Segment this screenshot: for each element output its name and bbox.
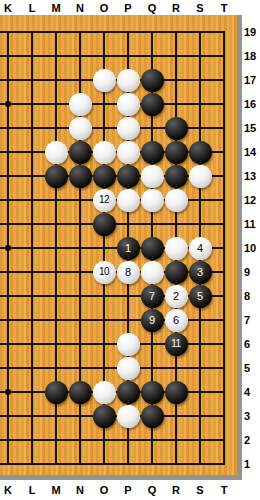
black-stone[interactable]: [141, 93, 164, 116]
board-point-L14[interactable]: [20, 140, 44, 164]
board-point-K10[interactable]: [0, 236, 20, 260]
board-point-L8[interactable]: [20, 284, 44, 308]
move-number: 3: [197, 267, 203, 278]
board-point-P18[interactable]: [116, 44, 140, 68]
row-label: 17: [244, 74, 256, 86]
board-point-P17[interactable]: [116, 68, 140, 92]
board-point-P13[interactable]: [116, 164, 140, 188]
board-point-K16[interactable]: [0, 92, 20, 116]
board-point-N10[interactable]: [68, 236, 92, 260]
board-point-R4[interactable]: [164, 380, 188, 404]
board-point-M12[interactable]: [44, 188, 68, 212]
board-point-M8[interactable]: [44, 284, 68, 308]
board-point-S9[interactable]: 3: [188, 260, 212, 284]
board-point-O9[interactable]: 10: [92, 260, 116, 284]
board-point-O6[interactable]: [92, 332, 116, 356]
board-grid: 121410837259611: [0, 20, 236, 475]
board-point-T3[interactable]: [212, 404, 236, 428]
board-point-O10[interactable]: [92, 236, 116, 260]
board-point-Q9[interactable]: [140, 260, 164, 284]
black-stone[interactable]: 7: [141, 285, 164, 308]
white-stone[interactable]: 10: [93, 261, 116, 284]
board-point-M3[interactable]: [44, 404, 68, 428]
board-point-O12[interactable]: 12: [92, 188, 116, 212]
move-number: 6: [173, 315, 179, 326]
board-point-N2[interactable]: [68, 428, 92, 452]
move-number: 1: [125, 243, 131, 254]
white-stone[interactable]: [93, 69, 116, 92]
board-point-L2[interactable]: [20, 428, 44, 452]
board-point-Q11[interactable]: [140, 212, 164, 236]
board-point-S3[interactable]: [188, 404, 212, 428]
black-stone[interactable]: [141, 405, 164, 428]
column-label: O: [100, 2, 109, 14]
board-point-T18[interactable]: [212, 44, 236, 68]
board-point-O14[interactable]: [92, 140, 116, 164]
board-point-S10[interactable]: 4: [188, 236, 212, 260]
board-point-N5[interactable]: [68, 356, 92, 380]
column-label: S: [196, 484, 203, 496]
board-point-L3[interactable]: [20, 404, 44, 428]
white-stone[interactable]: [93, 381, 116, 404]
board-point-K1[interactable]: [0, 452, 20, 475]
row-label: 7: [244, 314, 250, 326]
board-point-R18[interactable]: [164, 44, 188, 68]
column-label: T: [221, 484, 228, 496]
board-point-Q7[interactable]: 9: [140, 308, 164, 332]
board-point-T17[interactable]: [212, 68, 236, 92]
column-label: P: [124, 2, 131, 14]
board-point-K19[interactable]: [0, 20, 20, 44]
board-point-N8[interactable]: [68, 284, 92, 308]
board-point-S8[interactable]: 5: [188, 284, 212, 308]
board-point-K11[interactable]: [0, 212, 20, 236]
board-point-M14[interactable]: [44, 140, 68, 164]
board-point-R3[interactable]: [164, 404, 188, 428]
board-point-Q3[interactable]: [140, 404, 164, 428]
board-point-T14[interactable]: [212, 140, 236, 164]
board-point-S1[interactable]: [188, 452, 212, 475]
column-label: R: [172, 484, 180, 496]
board-point-T13[interactable]: [212, 164, 236, 188]
board-point-K15[interactable]: [0, 116, 20, 140]
board-point-M5[interactable]: [44, 356, 68, 380]
column-label: L: [29, 484, 36, 496]
board-point-Q14[interactable]: [140, 140, 164, 164]
board-point-L13[interactable]: [20, 164, 44, 188]
board-point-T16[interactable]: [212, 92, 236, 116]
board-point-R16[interactable]: [164, 92, 188, 116]
board-point-S17[interactable]: [188, 68, 212, 92]
black-stone[interactable]: [141, 69, 164, 92]
white-stone[interactable]: [69, 117, 92, 140]
white-stone[interactable]: 12: [93, 189, 116, 212]
board-point-P8[interactable]: [116, 284, 140, 308]
board-point-O5[interactable]: [92, 356, 116, 380]
board-point-T8[interactable]: [212, 284, 236, 308]
board-point-N15[interactable]: [68, 116, 92, 140]
board-point-R11[interactable]: [164, 212, 188, 236]
row-label: 18: [244, 50, 256, 62]
board-point-L18[interactable]: [20, 44, 44, 68]
board-point-P12[interactable]: [116, 188, 140, 212]
board-point-R19[interactable]: [164, 20, 188, 44]
board-point-Q19[interactable]: [140, 20, 164, 44]
black-stone[interactable]: [165, 165, 188, 188]
white-stone[interactable]: [117, 189, 140, 212]
white-stone[interactable]: [93, 141, 116, 164]
black-stone[interactable]: [69, 141, 92, 164]
board-point-S14[interactable]: [188, 140, 212, 164]
board-point-T9[interactable]: [212, 260, 236, 284]
board-point-Q10[interactable]: [140, 236, 164, 260]
board-point-P3[interactable]: [116, 404, 140, 428]
board-point-P15[interactable]: [116, 116, 140, 140]
board-point-K2[interactable]: [0, 428, 20, 452]
board-point-M10[interactable]: [44, 236, 68, 260]
move-number: 7: [149, 291, 155, 302]
board-point-L12[interactable]: [20, 188, 44, 212]
move-number: 10: [99, 267, 109, 277]
board-point-N14[interactable]: [68, 140, 92, 164]
board-point-Q12[interactable]: [140, 188, 164, 212]
board-point-O2[interactable]: [92, 428, 116, 452]
row-label: 2: [244, 434, 250, 446]
board-point-M2[interactable]: [44, 428, 68, 452]
star-point: [5, 101, 11, 107]
board-point-N19[interactable]: [68, 20, 92, 44]
board-point-K17[interactable]: [0, 68, 20, 92]
board-point-S19[interactable]: [188, 20, 212, 44]
board-point-R10[interactable]: [164, 236, 188, 260]
white-stone[interactable]: 2: [165, 285, 188, 308]
move-number: 5: [197, 291, 203, 302]
black-stone[interactable]: [165, 381, 188, 404]
board-point-R17[interactable]: [164, 68, 188, 92]
white-stone[interactable]: [69, 93, 92, 116]
board-point-P4[interactable]: [116, 380, 140, 404]
white-stone[interactable]: [141, 189, 164, 212]
black-stone[interactable]: [45, 165, 68, 188]
column-label: Q: [148, 484, 157, 496]
board-point-L17[interactable]: [20, 68, 44, 92]
board-point-N11[interactable]: [68, 212, 92, 236]
white-stone[interactable]: [165, 237, 188, 260]
board-point-M18[interactable]: [44, 44, 68, 68]
row-label: 9: [244, 266, 250, 278]
board-point-S7[interactable]: [188, 308, 212, 332]
board-point-P1[interactable]: [116, 452, 140, 475]
white-stone[interactable]: 6: [165, 309, 188, 332]
black-stone[interactable]: 9: [141, 309, 164, 332]
board-point-Q15[interactable]: [140, 116, 164, 140]
row-label: 8: [244, 290, 250, 302]
board-point-L5[interactable]: [20, 356, 44, 380]
black-stone[interactable]: 1: [117, 237, 140, 260]
board-point-S5[interactable]: [188, 356, 212, 380]
black-stone[interactable]: 5: [189, 285, 212, 308]
board-point-O16[interactable]: [92, 92, 116, 116]
black-stone[interactable]: [45, 381, 68, 404]
white-stone[interactable]: [117, 333, 140, 356]
row-label: 13: [244, 170, 256, 182]
board-point-M4[interactable]: [44, 380, 68, 404]
board-point-K6[interactable]: [0, 332, 20, 356]
board-point-O11[interactable]: [92, 212, 116, 236]
board-point-Q17[interactable]: [140, 68, 164, 92]
move-number: 12: [99, 195, 109, 205]
board-point-R1[interactable]: [164, 452, 188, 475]
board-point-S11[interactable]: [188, 212, 212, 236]
board-point-N1[interactable]: [68, 452, 92, 475]
black-stone[interactable]: [141, 141, 164, 164]
column-label: K: [4, 2, 12, 14]
white-stone[interactable]: [189, 165, 212, 188]
board-point-P16[interactable]: [116, 92, 140, 116]
white-stone[interactable]: [117, 357, 140, 380]
white-stone[interactable]: [117, 405, 140, 428]
board-point-M9[interactable]: [44, 260, 68, 284]
black-stone[interactable]: [189, 141, 212, 164]
board-point-L7[interactable]: [20, 308, 44, 332]
board-point-Q5[interactable]: [140, 356, 164, 380]
board-point-T12[interactable]: [212, 188, 236, 212]
board-point-K3[interactable]: [0, 404, 20, 428]
board-point-L11[interactable]: [20, 212, 44, 236]
white-stone[interactable]: [117, 69, 140, 92]
board-point-K9[interactable]: [0, 260, 20, 284]
white-stone[interactable]: [165, 189, 188, 212]
white-stone[interactable]: 4: [189, 237, 212, 260]
board-point-O4[interactable]: [92, 380, 116, 404]
board-point-M11[interactable]: [44, 212, 68, 236]
board-point-S6[interactable]: [188, 332, 212, 356]
white-stone[interactable]: [117, 141, 140, 164]
board-point-Q16[interactable]: [140, 92, 164, 116]
board-point-Q8[interactable]: 7: [140, 284, 164, 308]
go-board: 121410837259611: [0, 15, 237, 475]
row-label: 12: [244, 194, 256, 206]
board-point-L4[interactable]: [20, 380, 44, 404]
board-point-M16[interactable]: [44, 92, 68, 116]
row-labels: 19181716151413121110987654321: [242, 0, 260, 500]
board-point-O19[interactable]: [92, 20, 116, 44]
column-label: M: [51, 2, 60, 14]
board-point-N13[interactable]: [68, 164, 92, 188]
board-point-R5[interactable]: [164, 356, 188, 380]
board-point-L16[interactable]: [20, 92, 44, 116]
column-label: M: [51, 484, 60, 496]
move-number: 11: [171, 339, 180, 349]
board-point-N18[interactable]: [68, 44, 92, 68]
board-point-P11[interactable]: [116, 212, 140, 236]
board-point-P19[interactable]: [116, 20, 140, 44]
board-point-K14[interactable]: [0, 140, 20, 164]
board-point-R12[interactable]: [164, 188, 188, 212]
board-point-K5[interactable]: [0, 356, 20, 380]
board-point-N12[interactable]: [68, 188, 92, 212]
star-point: [5, 245, 11, 251]
black-stone[interactable]: [117, 165, 140, 188]
board-point-L15[interactable]: [20, 116, 44, 140]
board-point-R2[interactable]: [164, 428, 188, 452]
board-point-O8[interactable]: [92, 284, 116, 308]
black-stone[interactable]: [141, 237, 164, 260]
board-point-N3[interactable]: [68, 404, 92, 428]
board-point-Q1[interactable]: [140, 452, 164, 475]
board-point-N16[interactable]: [68, 92, 92, 116]
board-point-T2[interactable]: [212, 428, 236, 452]
column-label: O: [100, 484, 109, 496]
board-point-O3[interactable]: [92, 404, 116, 428]
black-stone[interactable]: [69, 165, 92, 188]
white-stone[interactable]: [117, 93, 140, 116]
go-diagram: KLMNOPQRST 121410837259611 KLMNOPQRST 19…: [0, 0, 260, 500]
row-label: 6: [244, 338, 250, 350]
board-point-T4[interactable]: [212, 380, 236, 404]
row-label: 14: [244, 146, 256, 158]
board-point-S16[interactable]: [188, 92, 212, 116]
board-point-L6[interactable]: [20, 332, 44, 356]
board-point-K4[interactable]: [0, 380, 20, 404]
board-point-O1[interactable]: [92, 452, 116, 475]
board-point-P5[interactable]: [116, 356, 140, 380]
board-point-O13[interactable]: [92, 164, 116, 188]
board-point-O18[interactable]: [92, 44, 116, 68]
black-stone[interactable]: [165, 141, 188, 164]
board-point-M6[interactable]: [44, 332, 68, 356]
white-stone[interactable]: 8: [117, 261, 140, 284]
black-stone[interactable]: [93, 213, 116, 236]
board-point-M17[interactable]: [44, 68, 68, 92]
board-point-O7[interactable]: [92, 308, 116, 332]
board-point-R14[interactable]: [164, 140, 188, 164]
black-stone[interactable]: [165, 261, 188, 284]
board-point-R8[interactable]: 2: [164, 284, 188, 308]
board-point-P9[interactable]: 8: [116, 260, 140, 284]
move-number: 4: [197, 243, 203, 254]
board-point-K18[interactable]: [0, 44, 20, 68]
board-point-T1[interactable]: [212, 452, 236, 475]
row-label: 16: [244, 98, 256, 110]
column-label: T: [221, 2, 228, 14]
board-point-S15[interactable]: [188, 116, 212, 140]
board-point-M19[interactable]: [44, 20, 68, 44]
board-point-S2[interactable]: [188, 428, 212, 452]
column-label: S: [196, 2, 203, 14]
board-point-M13[interactable]: [44, 164, 68, 188]
black-stone[interactable]: [69, 381, 92, 404]
board-point-P14[interactable]: [116, 140, 140, 164]
board-point-S18[interactable]: [188, 44, 212, 68]
board-point-R15[interactable]: [164, 116, 188, 140]
board-point-O17[interactable]: [92, 68, 116, 92]
board-point-M15[interactable]: [44, 116, 68, 140]
board-point-M7[interactable]: [44, 308, 68, 332]
column-label: R: [172, 2, 180, 14]
board-point-N17[interactable]: [68, 68, 92, 92]
row-label: 5: [244, 362, 250, 374]
board-point-T7[interactable]: [212, 308, 236, 332]
board-point-Q6[interactable]: [140, 332, 164, 356]
white-stone[interactable]: [117, 117, 140, 140]
column-labels-top: KLMNOPQRST: [0, 0, 237, 15]
board-point-P2[interactable]: [116, 428, 140, 452]
board-point-R7[interactable]: 6: [164, 308, 188, 332]
row-label: 3: [244, 410, 250, 422]
board-point-T19[interactable]: [212, 20, 236, 44]
board-point-L9[interactable]: [20, 260, 44, 284]
black-stone[interactable]: [93, 165, 116, 188]
black-stone[interactable]: [93, 405, 116, 428]
column-label: K: [4, 484, 12, 496]
move-number: 9: [149, 315, 155, 326]
board-point-K7[interactable]: [0, 308, 20, 332]
row-label: 1: [244, 458, 250, 470]
row-label: 11: [244, 218, 256, 230]
board-point-T5[interactable]: [212, 356, 236, 380]
board-point-R6[interactable]: 11: [164, 332, 188, 356]
board-point-R9[interactable]: [164, 260, 188, 284]
board-point-S4[interactable]: [188, 380, 212, 404]
black-stone[interactable]: 11: [165, 333, 188, 356]
row-label: 19: [244, 26, 256, 38]
black-stone[interactable]: [141, 381, 164, 404]
move-number: 8: [125, 267, 131, 278]
board-point-P6[interactable]: [116, 332, 140, 356]
white-stone[interactable]: [141, 165, 164, 188]
white-stone[interactable]: [45, 141, 68, 164]
board-point-N7[interactable]: [68, 308, 92, 332]
board-point-K8[interactable]: [0, 284, 20, 308]
black-stone[interactable]: [165, 117, 188, 140]
board-point-S12[interactable]: [188, 188, 212, 212]
board-point-S13[interactable]: [188, 164, 212, 188]
board-point-R13[interactable]: [164, 164, 188, 188]
board-point-L10[interactable]: [20, 236, 44, 260]
board-point-P7[interactable]: [116, 308, 140, 332]
board-point-T11[interactable]: [212, 212, 236, 236]
board-point-N6[interactable]: [68, 332, 92, 356]
star-point: [5, 389, 11, 395]
column-label: N: [76, 2, 84, 14]
board-point-T15[interactable]: [212, 116, 236, 140]
board-point-K13[interactable]: [0, 164, 20, 188]
board-point-Q18[interactable]: [140, 44, 164, 68]
row-label: 15: [244, 122, 256, 134]
board-point-M1[interactable]: [44, 452, 68, 475]
board-point-N9[interactable]: [68, 260, 92, 284]
column-label: L: [29, 2, 36, 14]
board-point-N4[interactable]: [68, 380, 92, 404]
board-point-T6[interactable]: [212, 332, 236, 356]
board-point-Q4[interactable]: [140, 380, 164, 404]
board-point-P10[interactable]: 1: [116, 236, 140, 260]
board-point-Q2[interactable]: [140, 428, 164, 452]
white-stone[interactable]: [141, 261, 164, 284]
column-label: N: [76, 484, 84, 496]
board-point-Q13[interactable]: [140, 164, 164, 188]
board-point-O15[interactable]: [92, 116, 116, 140]
black-stone[interactable]: [117, 381, 140, 404]
board-point-T10[interactable]: [212, 236, 236, 260]
board-point-L19[interactable]: [20, 20, 44, 44]
column-label: P: [124, 484, 131, 496]
board-point-K12[interactable]: [0, 188, 20, 212]
row-label: 10: [244, 242, 256, 254]
black-stone[interactable]: 3: [189, 261, 212, 284]
board-point-L1[interactable]: [20, 452, 44, 475]
